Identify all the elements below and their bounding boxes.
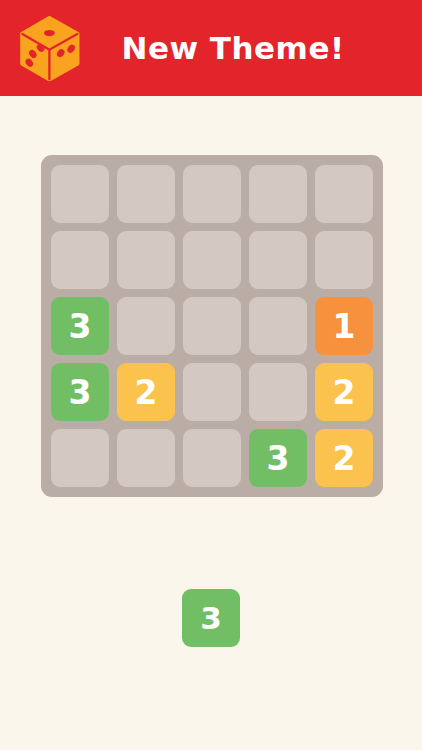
tile-2-r3c1: 2: [117, 363, 175, 421]
empty-cell-r4c2: [183, 429, 241, 487]
empty-cell-r2c3: [249, 297, 307, 355]
empty-cell-r4c1: [117, 429, 175, 487]
tile-3-r3c0: 3: [51, 363, 109, 421]
tile-3-r4c3: 3: [249, 429, 307, 487]
next-tile-preview: 3: [182, 589, 240, 647]
tile-2-r4c4: 2: [315, 429, 373, 487]
empty-cell-r0c1: [117, 165, 175, 223]
tile-3-r2c0: 3: [51, 297, 109, 355]
banner-title: New Theme!: [62, 30, 404, 66]
header-banner: New Theme!: [0, 0, 422, 96]
empty-cell-r2c2: [183, 297, 241, 355]
empty-cell-r0c0: [51, 165, 109, 223]
empty-cell-r1c2: [183, 231, 241, 289]
empty-cell-r2c1: [117, 297, 175, 355]
empty-cell-r0c2: [183, 165, 241, 223]
empty-cell-r0c4: [315, 165, 373, 223]
empty-cell-r1c3: [249, 231, 307, 289]
empty-cell-r4c0: [51, 429, 109, 487]
board-grid[interactable]: 3132232: [51, 165, 373, 487]
empty-cell-r3c3: [249, 363, 307, 421]
tile-1-r2c4: 1: [315, 297, 373, 355]
dice-icon: [18, 13, 86, 81]
empty-cell-r0c3: [249, 165, 307, 223]
tile-2-r3c4: 2: [315, 363, 373, 421]
game-board[interactable]: 3132232: [41, 155, 383, 497]
empty-cell-r3c2: [183, 363, 241, 421]
empty-cell-r1c1: [117, 231, 175, 289]
empty-cell-r1c4: [315, 231, 373, 289]
empty-cell-r1c0: [51, 231, 109, 289]
